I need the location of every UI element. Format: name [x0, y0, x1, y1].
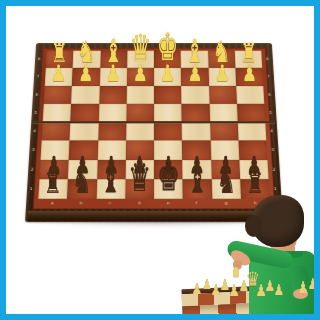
board-square — [126, 122, 154, 141]
board-square — [46, 51, 74, 68]
chess-board-grid — [38, 51, 269, 199]
board-square — [126, 86, 154, 104]
coordinate-label: 2 — [272, 167, 275, 171]
coordinate-label: 3 — [32, 148, 35, 152]
board-square — [127, 68, 154, 86]
child-neck — [284, 247, 295, 256]
board-square — [98, 122, 126, 141]
board-square — [96, 179, 125, 199]
board-fold-hinge — [33, 121, 275, 123]
board-square — [71, 86, 99, 104]
board-square — [100, 51, 127, 68]
board-square — [182, 160, 211, 179]
board-square — [240, 179, 270, 199]
coordinate-label: 1 — [29, 187, 32, 191]
board-square — [41, 141, 70, 160]
board-square — [70, 122, 99, 141]
board-square — [210, 141, 239, 160]
board-square — [181, 86, 209, 104]
board-square — [44, 86, 72, 104]
coordinate-label: 1 — [273, 187, 276, 191]
child-face — [270, 223, 297, 254]
board-square — [154, 51, 181, 68]
board-square — [239, 160, 268, 179]
coordinate-label: 2 — [31, 167, 34, 171]
held-chess-piece — [233, 267, 239, 277]
board-square — [126, 104, 154, 122]
board-square — [234, 51, 262, 68]
coordinate-label: 7 — [267, 75, 270, 78]
board-square — [208, 68, 236, 86]
board-square — [235, 68, 263, 86]
board-square — [97, 141, 126, 160]
board-square — [98, 104, 126, 122]
board-square — [209, 104, 237, 122]
board-square — [211, 179, 240, 199]
mini-chess-board — [181, 283, 320, 319]
board-square — [38, 179, 68, 199]
board-square — [154, 160, 183, 179]
board-square — [154, 141, 182, 160]
board-square — [99, 86, 127, 104]
board-square — [125, 160, 154, 179]
board-square — [181, 51, 208, 68]
coordinate-label: g — [224, 201, 227, 205]
coordinate-label: a — [50, 201, 53, 205]
board-square — [71, 104, 99, 122]
board-square — [236, 86, 264, 104]
board-square — [97, 160, 126, 179]
board-square — [42, 122, 71, 141]
board-square — [183, 179, 212, 199]
coordinate-label: b — [79, 201, 82, 205]
board-square — [125, 179, 154, 199]
coordinate-label: 5 — [34, 111, 37, 115]
board-square — [181, 68, 209, 86]
child-right-arm — [226, 239, 294, 269]
board-square — [154, 104, 182, 122]
coordinate-label: 6 — [268, 93, 271, 97]
coordinate-label: 8 — [37, 58, 40, 61]
coordinate-label: 5 — [269, 111, 272, 115]
board-square — [182, 122, 210, 141]
board-square — [154, 122, 182, 141]
board-box-edge — [27, 211, 281, 221]
coordinate-label: c — [108, 201, 111, 205]
coordinate-label: 7 — [36, 75, 39, 78]
board-square — [154, 179, 183, 199]
board-square — [182, 104, 210, 122]
board-square — [154, 86, 182, 104]
coordinate-label: 3 — [271, 148, 274, 152]
board-square — [211, 160, 240, 179]
board-square — [208, 51, 236, 68]
board-square — [68, 160, 97, 179]
board-square — [210, 122, 239, 141]
coordinate-label: e — [166, 201, 169, 205]
board-square — [72, 68, 100, 86]
board-square — [69, 141, 98, 160]
board-square — [45, 68, 73, 86]
chess-board: 8877665544332211abcdefgh — [25, 43, 283, 222]
board-square — [73, 51, 101, 68]
board-square — [209, 86, 237, 104]
board-square — [127, 51, 154, 68]
board-square — [182, 141, 211, 160]
child-eye — [277, 233, 280, 236]
board-square — [237, 104, 266, 122]
board-square — [154, 68, 181, 86]
coordinate-label: d — [138, 201, 141, 205]
child-collar — [279, 251, 303, 258]
coordinate-label: h — [253, 201, 256, 205]
coordinate-label: f — [195, 201, 197, 205]
coordinate-label: 8 — [266, 58, 269, 61]
board-square — [238, 141, 267, 160]
board-square — [67, 179, 96, 199]
product-photo: 8877665544332211abcdefgh ♜♞♝♛♚♝♞♜♟♟♟♟♟♟♟… — [0, 0, 320, 320]
board-square — [39, 160, 68, 179]
board-square — [126, 141, 154, 160]
coordinate-label: 4 — [33, 129, 36, 133]
coordinate-label: 4 — [270, 129, 273, 133]
child-fingers — [233, 260, 242, 270]
coordinate-label: 6 — [35, 93, 38, 97]
board-square — [99, 68, 127, 86]
child-right-hand — [228, 248, 252, 268]
board-square — [237, 122, 266, 141]
board-square — [43, 104, 72, 122]
